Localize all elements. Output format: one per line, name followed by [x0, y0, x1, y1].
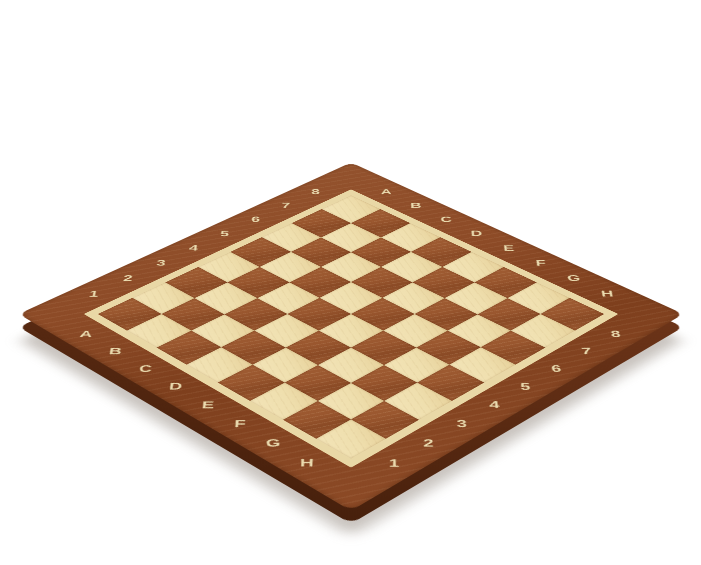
rank-label-3: 3 — [156, 259, 167, 269]
rank-label-4: 4 — [188, 244, 198, 253]
rank-label-8: 8 — [610, 329, 622, 340]
chess-board: ABCDEFGH ABCDEFGH 87654321 87654321 — [19, 162, 684, 510]
file-label-C: C — [440, 215, 452, 224]
file-label-A: A — [381, 188, 392, 196]
rank-label-7: 7 — [281, 201, 290, 210]
file-label-D: D — [169, 381, 183, 392]
rank-label-6: 6 — [251, 215, 260, 224]
file-label-G: G — [567, 274, 582, 284]
file-label-F: F — [535, 259, 546, 269]
file-label-E: E — [503, 244, 515, 253]
file-label-B: B — [410, 201, 422, 210]
rank-label-2: 2 — [123, 274, 134, 284]
file-label-E: E — [201, 399, 214, 411]
rank-label-3: 3 — [456, 418, 467, 430]
rank-label-1: 1 — [89, 289, 100, 299]
product-photo-background: ABCDEFGH ABCDEFGH 87654321 87654321 — [0, 0, 701, 565]
rank-label-8: 8 — [311, 188, 320, 196]
file-label-F: F — [234, 418, 246, 430]
rank-label-5: 5 — [520, 381, 531, 392]
rank-label-1: 1 — [389, 457, 400, 470]
file-label-D: D — [471, 229, 483, 238]
file-label-A: A — [79, 329, 94, 340]
file-label-G: G — [266, 437, 281, 449]
rank-label-6: 6 — [551, 363, 563, 374]
rank-label-4: 4 — [489, 399, 500, 411]
file-label-B: B — [108, 346, 123, 357]
rank-label-5: 5 — [220, 229, 230, 238]
rank-label-7: 7 — [581, 346, 593, 357]
rank-label-2: 2 — [423, 437, 434, 449]
file-label-C: C — [138, 363, 152, 374]
file-label-H: H — [601, 289, 615, 299]
file-label-H: H — [300, 457, 314, 470]
